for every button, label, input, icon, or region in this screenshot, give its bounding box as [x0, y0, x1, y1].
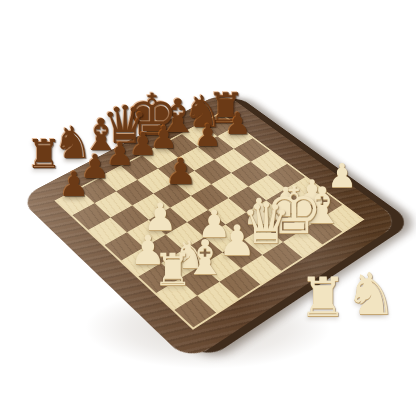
- chess-set-photo: ♜♞♝♛♚♝♞♜♟♟♟♟♟♟♟♟♜♞♝♛♚♝♟♟♟♟♟♟♟♟♜♞: [0, 0, 416, 416]
- piece-black-rook-a8[interactable]: ♜: [26, 134, 62, 174]
- piece-black-pawn-f7[interactable]: ♟: [165, 154, 197, 190]
- piece-black-pawn-h7[interactable]: ♟: [225, 109, 252, 139]
- piece-white-knight-offboard-2[interactable]: ♞: [345, 265, 397, 323]
- piece-black-pawn-a7[interactable]: ♟: [59, 167, 89, 201]
- piece-white-rook-offboard-1[interactable]: ♜: [299, 271, 347, 325]
- piece-white-rook-a1[interactable]: ♜: [153, 248, 192, 292]
- piece-black-pawn-g7[interactable]: ♟: [194, 120, 222, 151]
